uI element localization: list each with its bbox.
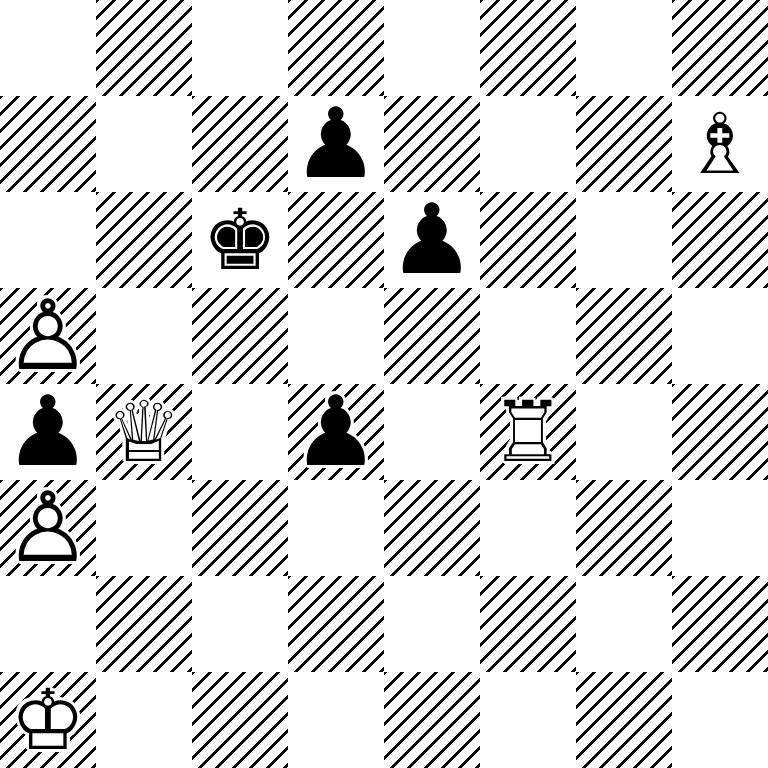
piece-glyph: ♙	[0, 288, 96, 384]
square-f3[interactable]	[480, 480, 576, 576]
square-h3[interactable]	[672, 480, 768, 576]
square-d5[interactable]	[288, 288, 384, 384]
square-b6[interactable]	[96, 192, 192, 288]
square-b3[interactable]	[96, 480, 192, 576]
white-queen-piece[interactable]: ♛♕	[96, 384, 192, 480]
square-d7[interactable]: ♟♟	[288, 96, 384, 192]
piece-glyph: ♖	[480, 384, 576, 480]
square-g8[interactable]	[576, 0, 672, 96]
square-h1[interactable]	[672, 672, 768, 768]
square-d8[interactable]	[288, 0, 384, 96]
square-b5[interactable]	[96, 288, 192, 384]
square-e3[interactable]	[384, 480, 480, 576]
square-f8[interactable]	[480, 0, 576, 96]
square-e1[interactable]	[384, 672, 480, 768]
white-bishop-piece[interactable]: ♝♗	[672, 96, 768, 192]
black-pawn-piece[interactable]: ♟♟	[384, 192, 480, 288]
square-h5[interactable]	[672, 288, 768, 384]
square-a8[interactable]	[0, 0, 96, 96]
square-c2[interactable]	[192, 576, 288, 672]
square-f1[interactable]	[480, 672, 576, 768]
square-c3[interactable]	[192, 480, 288, 576]
square-e7[interactable]	[384, 96, 480, 192]
square-a4[interactable]: ♟♟	[0, 384, 96, 480]
square-g1[interactable]	[576, 672, 672, 768]
piece-glyph: ♙	[0, 480, 96, 576]
square-b8[interactable]	[96, 0, 192, 96]
black-pawn-piece[interactable]: ♟♟	[0, 384, 96, 480]
white-pawn-piece[interactable]: ♟♙	[0, 480, 96, 576]
piece-glyph: ♟	[0, 384, 96, 480]
white-king-piece[interactable]: ♚♔	[0, 672, 96, 768]
square-g2[interactable]	[576, 576, 672, 672]
square-b4[interactable]: ♛♕	[96, 384, 192, 480]
square-a2[interactable]	[0, 576, 96, 672]
square-c8[interactable]	[192, 0, 288, 96]
square-h7[interactable]: ♝♗	[672, 96, 768, 192]
square-b1[interactable]	[96, 672, 192, 768]
square-h2[interactable]	[672, 576, 768, 672]
square-e2[interactable]	[384, 576, 480, 672]
piece-glyph: ♗	[672, 96, 768, 192]
square-d3[interactable]	[288, 480, 384, 576]
piece-glyph: ♚	[192, 192, 288, 288]
black-pawn-piece[interactable]: ♟♟	[288, 96, 384, 192]
piece-glyph: ♟	[384, 192, 480, 288]
square-g7[interactable]	[576, 96, 672, 192]
square-f7[interactable]	[480, 96, 576, 192]
square-c6[interactable]: ♚♚	[192, 192, 288, 288]
square-e6[interactable]: ♟♟	[384, 192, 480, 288]
square-c5[interactable]	[192, 288, 288, 384]
square-f6[interactable]	[480, 192, 576, 288]
square-a1[interactable]: ♚♔	[0, 672, 96, 768]
square-d1[interactable]	[288, 672, 384, 768]
square-b2[interactable]	[96, 576, 192, 672]
square-c1[interactable]	[192, 672, 288, 768]
square-a3[interactable]: ♟♙	[0, 480, 96, 576]
piece-glyph: ♕	[96, 384, 192, 480]
white-pawn-piece[interactable]: ♟♙	[0, 288, 96, 384]
square-e5[interactable]	[384, 288, 480, 384]
white-rook-piece[interactable]: ♜♖	[480, 384, 576, 480]
piece-glyph: ♟	[288, 384, 384, 480]
square-c7[interactable]	[192, 96, 288, 192]
black-king-piece[interactable]: ♚♚	[192, 192, 288, 288]
square-d6[interactable]	[288, 192, 384, 288]
chess-board: ♟♟♝♗♚♚♟♟♟♙♟♟♛♕♟♟♜♖♟♙♚♔	[0, 0, 768, 768]
square-f4[interactable]: ♜♖	[480, 384, 576, 480]
square-g3[interactable]	[576, 480, 672, 576]
square-g5[interactable]	[576, 288, 672, 384]
square-h8[interactable]	[672, 0, 768, 96]
piece-glyph: ♟	[288, 96, 384, 192]
square-d4[interactable]: ♟♟	[288, 384, 384, 480]
piece-glyph: ♔	[0, 672, 96, 768]
square-e8[interactable]	[384, 0, 480, 96]
square-e4[interactable]	[384, 384, 480, 480]
square-a7[interactable]	[0, 96, 96, 192]
black-pawn-piece[interactable]: ♟♟	[288, 384, 384, 480]
square-a6[interactable]	[0, 192, 96, 288]
square-a5[interactable]: ♟♙	[0, 288, 96, 384]
square-d2[interactable]	[288, 576, 384, 672]
square-g4[interactable]	[576, 384, 672, 480]
square-g6[interactable]	[576, 192, 672, 288]
square-h6[interactable]	[672, 192, 768, 288]
square-f5[interactable]	[480, 288, 576, 384]
square-f2[interactable]	[480, 576, 576, 672]
square-c4[interactable]	[192, 384, 288, 480]
square-b7[interactable]	[96, 96, 192, 192]
square-h4[interactable]	[672, 384, 768, 480]
